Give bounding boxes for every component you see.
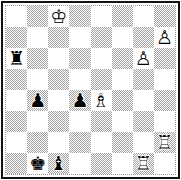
square-g2[interactable] <box>133 132 154 153</box>
square-f5[interactable] <box>112 69 133 90</box>
white-rook-piece: ♜♖ <box>154 132 175 153</box>
white-pawn-piece: ♟♙ <box>133 48 154 69</box>
board-frame: ♚♔♟♙♜♟♙♟♟♝♗♜♖♚♝♜♖ <box>1 1 180 179</box>
black-pawn-piece: ♟ <box>69 90 90 111</box>
square-h8[interactable] <box>154 6 175 27</box>
square-g7[interactable] <box>133 27 154 48</box>
square-e4[interactable]: ♝♗ <box>91 90 112 111</box>
square-a7[interactable] <box>6 27 27 48</box>
square-f6[interactable] <box>112 48 133 69</box>
black-rook-piece: ♜ <box>6 48 27 69</box>
square-d8[interactable] <box>69 6 90 27</box>
square-f7[interactable] <box>112 27 133 48</box>
square-b2[interactable] <box>27 132 48 153</box>
square-g8[interactable] <box>133 6 154 27</box>
square-e8[interactable] <box>91 6 112 27</box>
square-e7[interactable] <box>91 27 112 48</box>
square-f3[interactable] <box>112 111 133 132</box>
square-d2[interactable] <box>69 132 90 153</box>
square-h7[interactable]: ♟♙ <box>154 27 175 48</box>
square-h1[interactable] <box>154 153 175 174</box>
square-c1[interactable]: ♝ <box>48 153 69 174</box>
square-a6[interactable]: ♜ <box>6 48 27 69</box>
square-h4[interactable] <box>154 90 175 111</box>
square-c5[interactable] <box>48 69 69 90</box>
square-a2[interactable] <box>6 132 27 153</box>
square-d5[interactable] <box>69 69 90 90</box>
white-king-piece: ♚♔ <box>48 6 69 27</box>
square-f2[interactable] <box>112 132 133 153</box>
square-a8[interactable] <box>6 6 27 27</box>
square-c4[interactable] <box>48 90 69 111</box>
square-e2[interactable] <box>91 132 112 153</box>
square-c7[interactable] <box>48 27 69 48</box>
square-g1[interactable]: ♜♖ <box>133 153 154 174</box>
square-b1[interactable]: ♚ <box>27 153 48 174</box>
square-b4[interactable]: ♟ <box>27 90 48 111</box>
square-a5[interactable] <box>6 69 27 90</box>
square-h5[interactable] <box>154 69 175 90</box>
square-b6[interactable] <box>27 48 48 69</box>
square-g4[interactable] <box>133 90 154 111</box>
square-e6[interactable] <box>91 48 112 69</box>
square-b7[interactable] <box>27 27 48 48</box>
square-f8[interactable] <box>112 6 133 27</box>
square-c6[interactable] <box>48 48 69 69</box>
square-g5[interactable] <box>133 69 154 90</box>
square-h3[interactable] <box>154 111 175 132</box>
square-d1[interactable] <box>69 153 90 174</box>
white-rook-piece: ♜♖ <box>133 153 154 174</box>
square-e5[interactable] <box>91 69 112 90</box>
black-king-piece: ♚ <box>27 153 48 174</box>
white-pawn-piece: ♟♙ <box>154 27 175 48</box>
square-e3[interactable] <box>91 111 112 132</box>
square-a1[interactable] <box>6 153 27 174</box>
square-f1[interactable] <box>112 153 133 174</box>
square-d3[interactable] <box>69 111 90 132</box>
square-c8[interactable]: ♚♔ <box>48 6 69 27</box>
square-b8[interactable] <box>27 6 48 27</box>
square-h2[interactable]: ♜♖ <box>154 132 175 153</box>
square-d6[interactable] <box>69 48 90 69</box>
square-e1[interactable] <box>91 153 112 174</box>
square-d7[interactable] <box>69 27 90 48</box>
square-a3[interactable] <box>6 111 27 132</box>
square-g3[interactable] <box>133 111 154 132</box>
white-bishop-piece: ♝♗ <box>91 90 112 111</box>
square-f4[interactable] <box>112 90 133 111</box>
square-c3[interactable] <box>48 111 69 132</box>
square-h6[interactable] <box>154 48 175 69</box>
square-b5[interactable] <box>27 69 48 90</box>
square-g6[interactable]: ♟♙ <box>133 48 154 69</box>
square-b3[interactable] <box>27 111 48 132</box>
chess-board: ♚♔♟♙♜♟♙♟♟♝♗♜♖♚♝♜♖ <box>5 5 176 175</box>
black-pawn-piece: ♟ <box>27 90 48 111</box>
square-a4[interactable] <box>6 90 27 111</box>
black-bishop-piece: ♝ <box>48 153 69 174</box>
square-d4[interactable]: ♟ <box>69 90 90 111</box>
square-c2[interactable] <box>48 132 69 153</box>
chess-diagram: ♚♔♟♙♜♟♙♟♟♝♗♜♖♚♝♜♖ <box>0 0 181 180</box>
